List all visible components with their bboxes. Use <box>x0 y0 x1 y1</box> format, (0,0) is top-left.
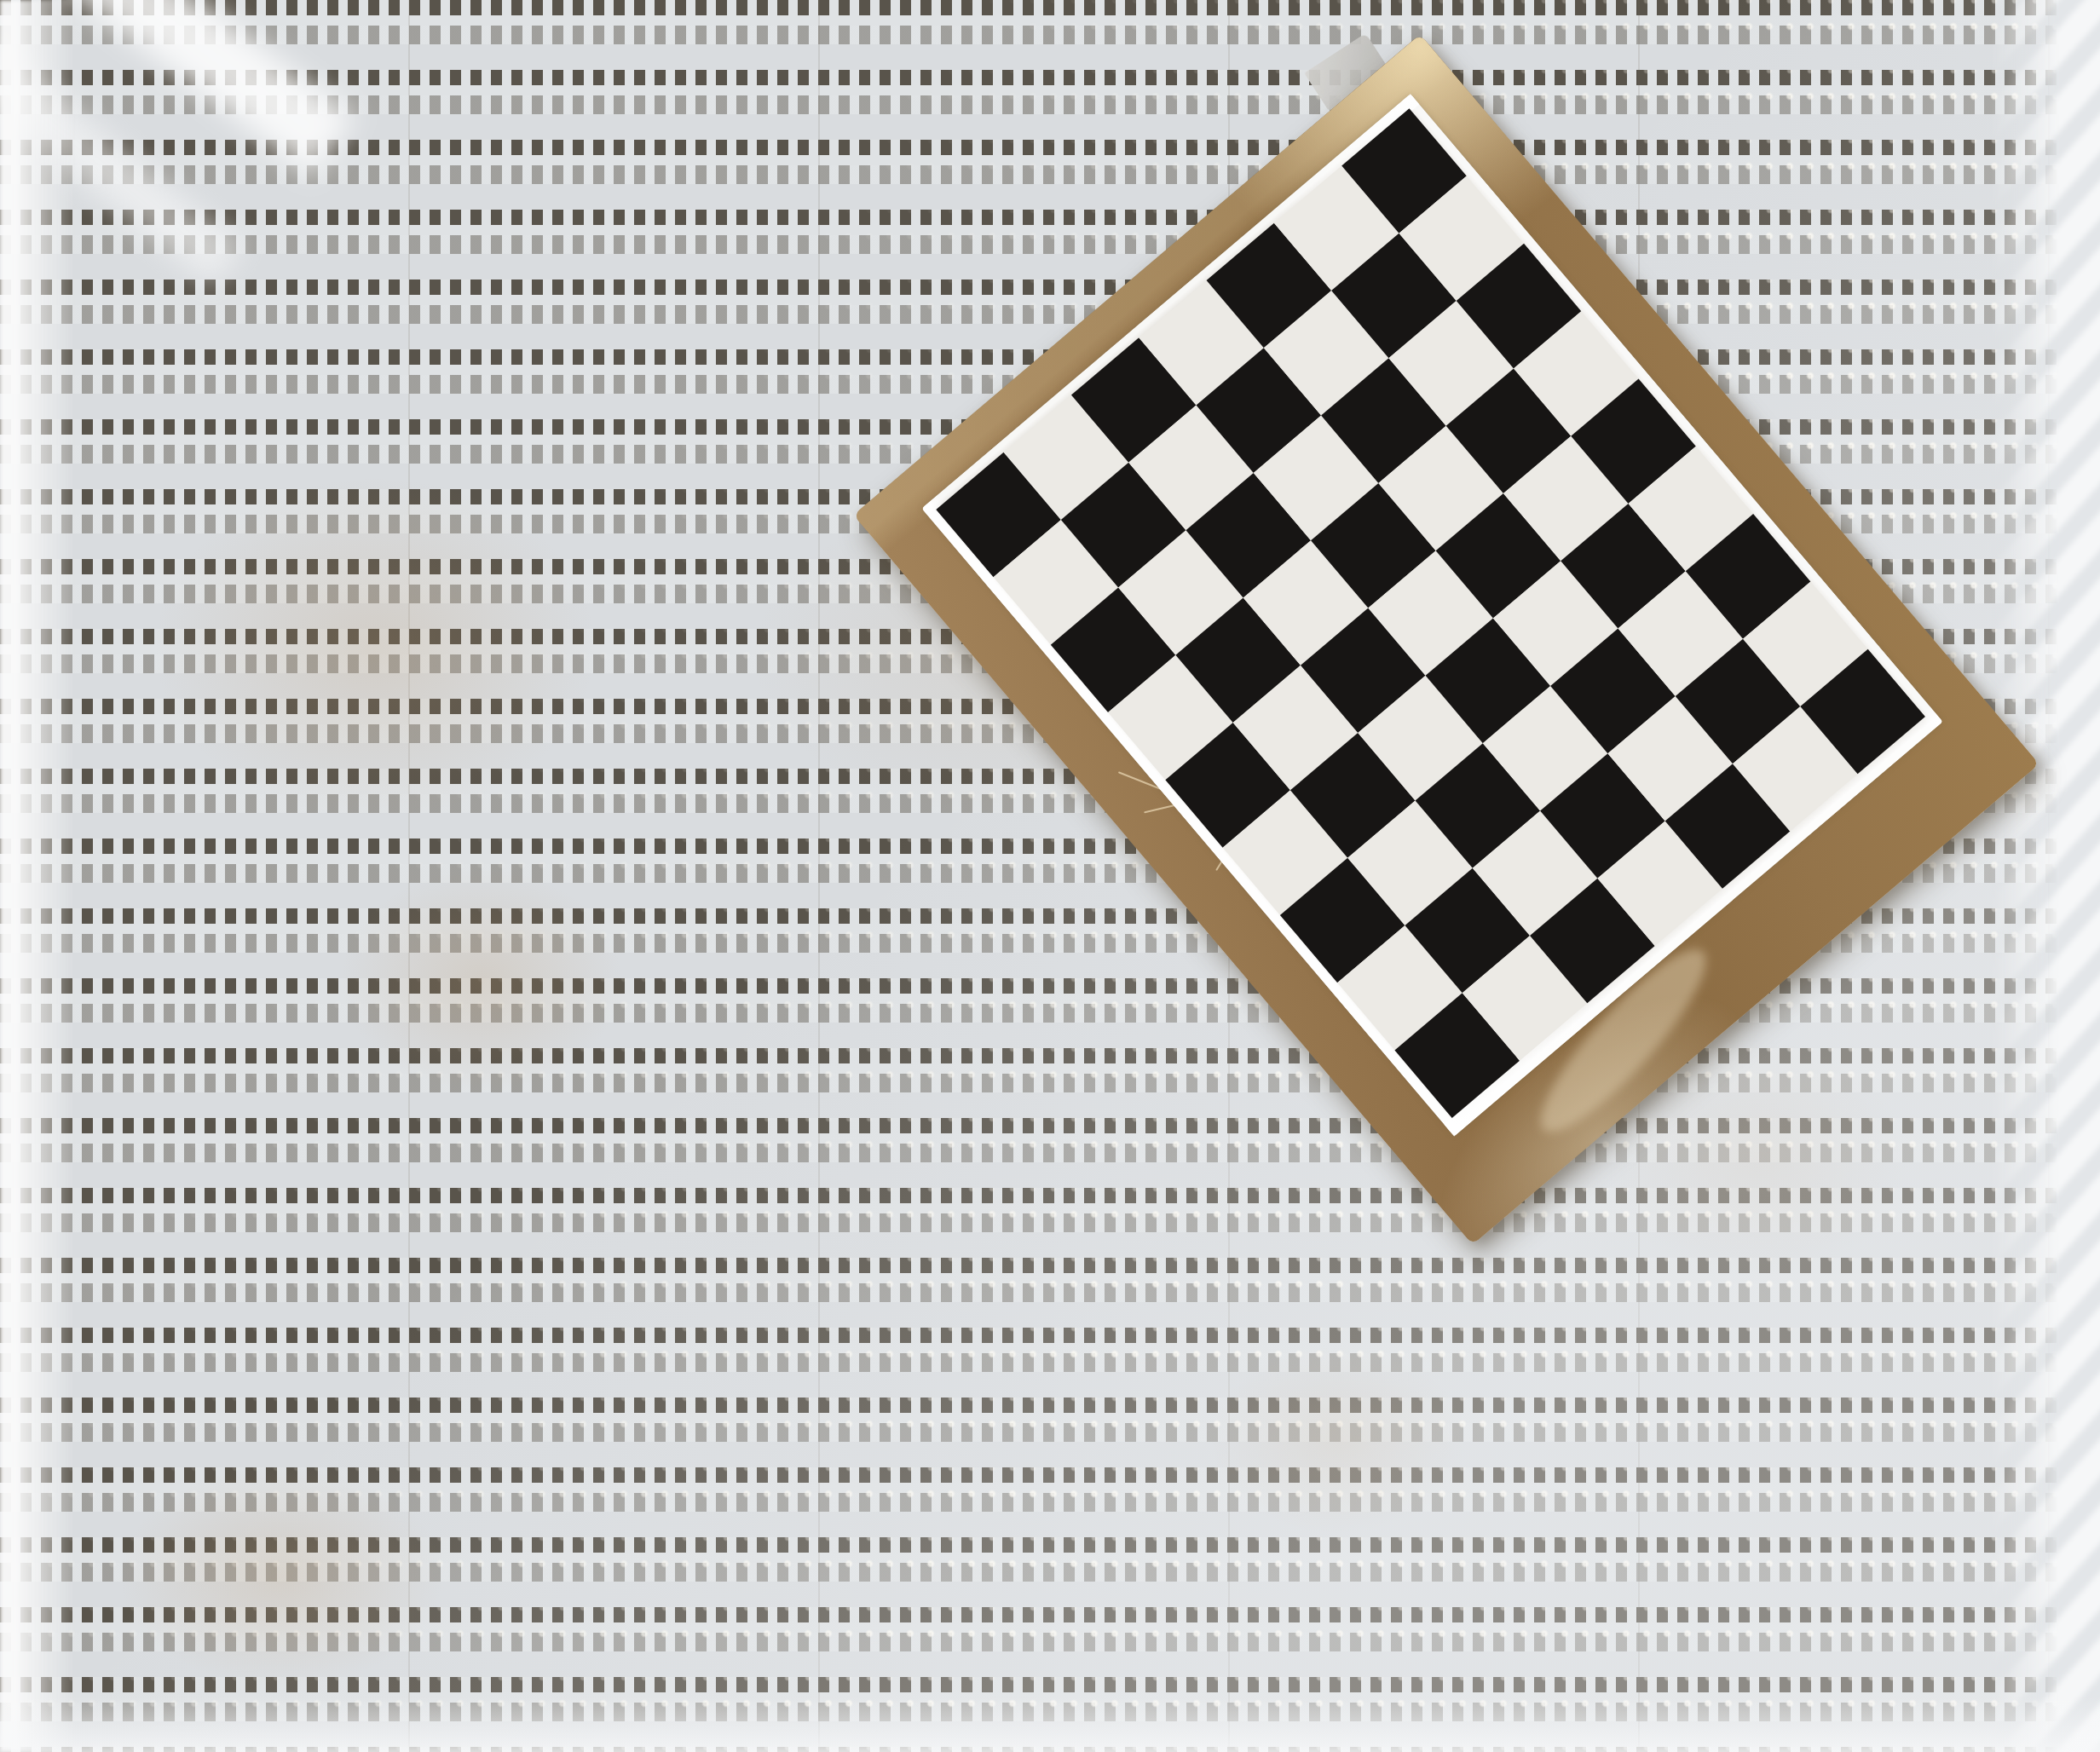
photo-scene <box>0 0 2100 1752</box>
left-edge-blur <box>0 0 81 1752</box>
bottom-edge-blur <box>0 1697 2100 1752</box>
right-edge-blur <box>1974 0 2100 1752</box>
